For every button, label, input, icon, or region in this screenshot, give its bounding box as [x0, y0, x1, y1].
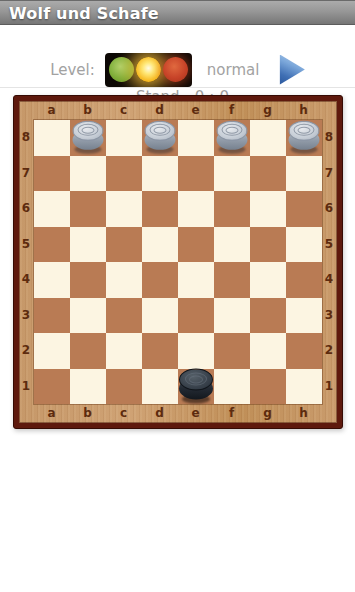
square-f1[interactable] [214, 369, 250, 405]
square-f5[interactable] [214, 227, 250, 263]
square-b7[interactable] [70, 156, 106, 192]
file-label-f: f [214, 101, 250, 120]
square-e4[interactable] [178, 262, 214, 298]
square-b1[interactable] [70, 369, 106, 405]
files-bottom: abcdefgh [34, 404, 322, 423]
sheep-piece-part [153, 127, 166, 134]
sheep-piece-d8[interactable] [144, 121, 175, 154]
sheep-piece-part [225, 127, 238, 134]
square-h4[interactable] [286, 262, 322, 298]
sheep-piece-f8[interactable] [216, 121, 247, 154]
square-g6[interactable] [250, 191, 286, 227]
square-d5[interactable] [142, 227, 178, 263]
rank-label-5: 5 [322, 227, 337, 263]
wolf-piece-part [189, 376, 203, 384]
square-g2[interactable] [250, 333, 286, 369]
level-value: normal [207, 61, 257, 79]
rank-label-6: 6 [19, 191, 34, 227]
file-label-g: g [250, 101, 286, 120]
square-a7[interactable] [34, 156, 70, 192]
file-label-h: h [286, 101, 322, 120]
controls-panel: Level: normal Stand 0 : 0 [0, 25, 355, 88]
square-h6[interactable] [286, 191, 322, 227]
play-button[interactable] [279, 55, 305, 85]
sheep-piece-h8[interactable] [288, 121, 319, 154]
file-label-b: b [70, 101, 106, 120]
square-c5[interactable] [106, 227, 142, 263]
square-h8[interactable] [286, 120, 322, 156]
square-b6[interactable] [70, 191, 106, 227]
play-icon [279, 55, 305, 85]
square-d4[interactable] [142, 262, 178, 298]
square-a3[interactable] [34, 298, 70, 334]
square-f3[interactable] [214, 298, 250, 334]
square-f8[interactable] [214, 120, 250, 156]
square-g7[interactable] [250, 156, 286, 192]
square-a8[interactable] [34, 120, 70, 156]
square-c7[interactable] [106, 156, 142, 192]
square-f7[interactable] [214, 156, 250, 192]
square-e6[interactable] [178, 191, 214, 227]
square-e3[interactable] [178, 298, 214, 334]
square-a6[interactable] [34, 191, 70, 227]
square-a2[interactable] [34, 333, 70, 369]
square-a4[interactable] [34, 262, 70, 298]
square-e5[interactable] [178, 227, 214, 263]
square-d1[interactable] [142, 369, 178, 405]
rank-label-7: 7 [322, 156, 337, 192]
app-title: Wolf und Schafe [0, 1, 355, 26]
level-row: Level: normal [0, 52, 355, 87]
file-label-b: b [70, 404, 106, 423]
square-h5[interactable] [286, 227, 322, 263]
rank-label-4: 4 [19, 262, 34, 298]
square-c8[interactable] [106, 120, 142, 156]
yellow-light-icon [136, 57, 161, 82]
board-frame: abcdefgh abcdefgh 87654321 87654321 [19, 101, 337, 423]
rank-label-7: 7 [19, 156, 34, 192]
square-h2[interactable] [286, 333, 322, 369]
rank-label-3: 3 [19, 298, 34, 334]
red-light-icon [163, 57, 188, 82]
square-d3[interactable] [142, 298, 178, 334]
square-e2[interactable] [178, 333, 214, 369]
files-top: abcdefgh [34, 101, 322, 120]
rank-label-2: 2 [19, 333, 34, 369]
sheep-piece-part [81, 127, 94, 134]
square-g5[interactable] [250, 227, 286, 263]
rank-label-3: 3 [322, 298, 337, 334]
square-c2[interactable] [106, 333, 142, 369]
square-g1[interactable] [250, 369, 286, 405]
rank-label-4: 4 [322, 262, 337, 298]
file-label-a: a [34, 101, 70, 120]
square-f2[interactable] [214, 333, 250, 369]
file-label-e: e [178, 101, 214, 120]
square-e8[interactable] [178, 120, 214, 156]
rank-label-8: 8 [322, 120, 337, 156]
ranks-left: 87654321 [19, 120, 34, 404]
square-b2[interactable] [70, 333, 106, 369]
square-h7[interactable] [286, 156, 322, 192]
rank-label-5: 5 [19, 227, 34, 263]
square-f4[interactable] [214, 262, 250, 298]
file-label-c: c [106, 101, 142, 120]
square-b5[interactable] [70, 227, 106, 263]
square-d2[interactable] [142, 333, 178, 369]
file-label-c: c [106, 404, 142, 423]
square-b8[interactable] [70, 120, 106, 156]
wolf-piece-e1[interactable] [179, 369, 213, 404]
sheep-piece-part [297, 127, 310, 134]
square-a1[interactable] [34, 369, 70, 405]
rank-label-6: 6 [322, 191, 337, 227]
rank-label-2: 2 [322, 333, 337, 369]
square-b4[interactable] [70, 262, 106, 298]
square-d6[interactable] [142, 191, 178, 227]
square-c4[interactable] [106, 262, 142, 298]
rank-label-8: 8 [19, 120, 34, 156]
file-label-h: h [286, 404, 322, 423]
file-label-g: g [250, 404, 286, 423]
ranks-right: 87654321 [322, 120, 337, 404]
square-g3[interactable] [250, 298, 286, 334]
file-label-a: a [34, 404, 70, 423]
sheep-piece-b8[interactable] [72, 121, 103, 154]
title-bar: Wolf und Schafe [0, 0, 355, 25]
square-b3[interactable] [70, 298, 106, 334]
file-label-d: d [142, 101, 178, 120]
file-label-f: f [214, 404, 250, 423]
square-f6[interactable] [214, 191, 250, 227]
green-light-icon [109, 57, 134, 82]
square-g8[interactable] [250, 120, 286, 156]
square-e1[interactable] [178, 369, 214, 405]
file-label-e: e [178, 404, 214, 423]
square-e7[interactable] [178, 156, 214, 192]
level-label: Level: [50, 61, 95, 79]
square-d8[interactable] [142, 120, 178, 156]
square-a5[interactable] [34, 227, 70, 263]
square-h3[interactable] [286, 298, 322, 334]
traffic-light-icon[interactable] [105, 53, 192, 87]
board-grid [34, 120, 322, 404]
square-c3[interactable] [106, 298, 142, 334]
square-d7[interactable] [142, 156, 178, 192]
game-board: abcdefgh abcdefgh 87654321 87654321 [13, 95, 343, 429]
square-g4[interactable] [250, 262, 286, 298]
square-h1[interactable] [286, 369, 322, 405]
rank-label-1: 1 [322, 369, 337, 405]
rank-label-1: 1 [19, 369, 34, 405]
file-label-d: d [142, 404, 178, 423]
square-c6[interactable] [106, 191, 142, 227]
square-c1[interactable] [106, 369, 142, 405]
